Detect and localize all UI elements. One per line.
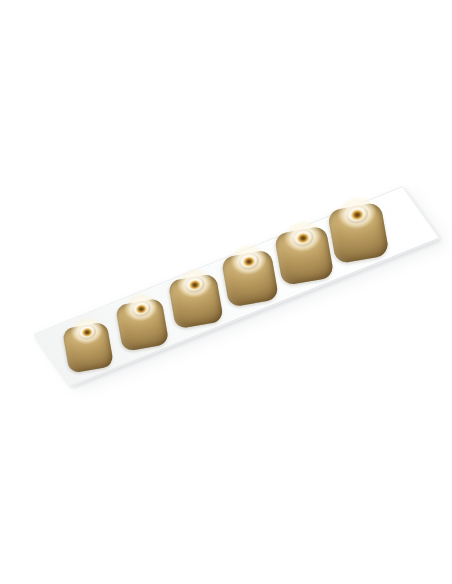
led-core [188,279,201,290]
led-core [81,327,93,337]
product-photo-canvas [0,0,452,584]
led-lens-icon [184,275,206,294]
led-core [296,232,310,244]
spotlight-cell [115,298,169,352]
led-lens-icon [131,300,152,318]
led-core [350,208,365,220]
led-core [135,303,148,314]
spotlight-cell [221,249,279,307]
spotlight-cell [168,273,224,329]
led-lens-icon [238,252,261,271]
led-lens-icon [77,324,97,341]
led-core [242,256,256,267]
spotlight-cell [274,226,335,287]
led-lens-icon [345,204,369,225]
fixture-plate [33,186,440,387]
led-lens-icon [291,228,314,248]
spotlight-cell [62,321,114,373]
spotlight-cell [327,202,390,265]
